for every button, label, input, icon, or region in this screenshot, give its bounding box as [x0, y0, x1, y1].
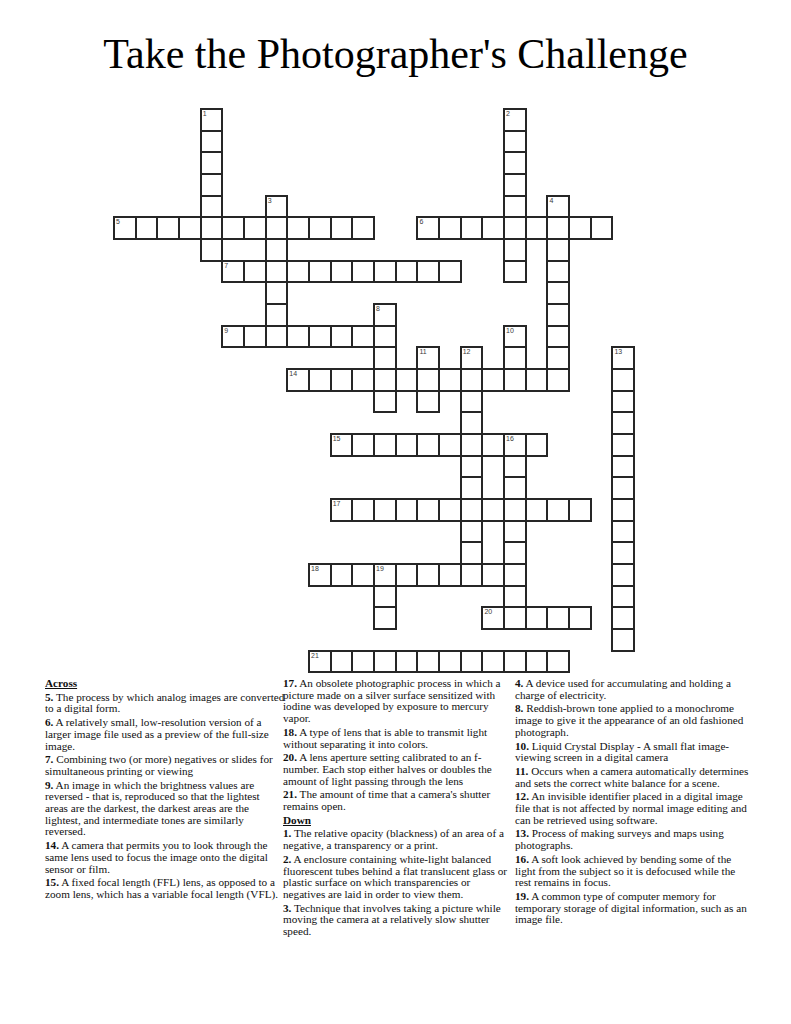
- grid-cell[interactable]: [438, 260, 462, 284]
- clue-14: 14. A camera that permits you to look th…: [45, 840, 285, 875]
- grid-cell[interactable]: [265, 281, 289, 305]
- grid-cell[interactable]: 5: [113, 216, 137, 240]
- grid-cell[interactable]: 1: [200, 108, 224, 132]
- cell-number: 8: [376, 305, 380, 313]
- grid-cell[interactable]: [503, 455, 527, 479]
- grid-cell[interactable]: [503, 216, 527, 240]
- grid-cell[interactable]: [503, 130, 527, 154]
- grid-cell[interactable]: 11: [416, 346, 440, 370]
- cell-number: 21: [311, 652, 319, 660]
- grid-cell[interactable]: [330, 563, 354, 587]
- cell-number: 2: [506, 110, 510, 118]
- grid-cell[interactable]: [481, 216, 505, 240]
- grid-cell[interactable]: [308, 216, 332, 240]
- cell-number: 9: [224, 327, 228, 335]
- cell-number: 19: [376, 565, 384, 573]
- grid-cell[interactable]: [460, 650, 484, 674]
- grid-cell[interactable]: [438, 563, 462, 587]
- grid-cell[interactable]: 21: [308, 650, 332, 674]
- grid-cell[interactable]: [503, 346, 527, 370]
- grid-cell[interactable]: [200, 151, 224, 175]
- cell-number: 18: [311, 565, 319, 573]
- grid-cell[interactable]: 15: [330, 433, 354, 457]
- grid-cell[interactable]: [546, 260, 570, 284]
- grid-cell[interactable]: [221, 216, 245, 240]
- grid-cell[interactable]: [438, 498, 462, 522]
- grid-cell[interactable]: [416, 433, 440, 457]
- clue-15: 15. A fixed focal length (FFL) lens, as …: [45, 877, 285, 900]
- grid-cell[interactable]: [481, 498, 505, 522]
- grid-cell[interactable]: [373, 650, 397, 674]
- grid-cell[interactable]: [351, 260, 375, 284]
- grid-cell[interactable]: 19: [373, 563, 397, 587]
- grid-cell[interactable]: [546, 238, 570, 262]
- grid-cell[interactable]: [351, 498, 375, 522]
- grid-cell[interactable]: [395, 498, 419, 522]
- grid-cell[interactable]: [200, 130, 224, 154]
- grid-cell[interactable]: [416, 260, 440, 284]
- grid-cell[interactable]: [568, 498, 592, 522]
- grid-cell[interactable]: 13: [611, 346, 635, 370]
- grid-cell[interactable]: [546, 650, 570, 674]
- grid-cell[interactable]: [611, 476, 635, 500]
- clue-2: 2. A enclosure containing white-light ba…: [283, 854, 511, 901]
- grid-cell[interactable]: [460, 498, 484, 522]
- grid-cell[interactable]: [135, 216, 159, 240]
- clues-header: Down: [283, 815, 511, 827]
- cell-number: 6: [419, 218, 423, 226]
- clues-header: Across: [45, 678, 285, 690]
- crossword-page: Take the Photographer's Challenge 123456…: [0, 0, 791, 1024]
- grid-cell[interactable]: [611, 563, 635, 587]
- grid-cell[interactable]: [243, 216, 267, 240]
- grid-cell[interactable]: [265, 238, 289, 262]
- cell-number: 10: [506, 327, 514, 335]
- grid-cell[interactable]: [568, 216, 592, 240]
- grid-cell[interactable]: [590, 216, 614, 240]
- grid-cell[interactable]: [351, 368, 375, 392]
- clue-8: 8. Reddish-brown tone applied to a monoc…: [515, 703, 751, 738]
- clue-1: 1. The relative opacity (blackness) of a…: [283, 828, 511, 851]
- grid-cell[interactable]: 7: [221, 260, 245, 284]
- grid-cell[interactable]: [416, 390, 440, 414]
- grid-cell[interactable]: [308, 368, 332, 392]
- cell-number: 7: [224, 262, 228, 270]
- grid-cell[interactable]: [438, 650, 462, 674]
- cell-number: 17: [333, 500, 341, 508]
- grid-cell[interactable]: [351, 563, 375, 587]
- clue-4: 4. A device used for accumulating and ho…: [515, 678, 751, 701]
- grid-cell[interactable]: [611, 628, 635, 652]
- grid-cell[interactable]: [525, 606, 549, 630]
- grid-cell[interactable]: [330, 325, 354, 349]
- grid-cell[interactable]: [460, 541, 484, 565]
- grid-cell[interactable]: [611, 520, 635, 544]
- grid-cell[interactable]: [546, 303, 570, 327]
- cell-number: 5: [116, 218, 120, 226]
- grid-cell[interactable]: [265, 260, 289, 284]
- grid-cell[interactable]: 20: [481, 606, 505, 630]
- grid-cell[interactable]: [308, 260, 332, 284]
- clues-column-3: 4. A device used for accumulating and ho…: [515, 678, 751, 928]
- grid-cell[interactable]: [395, 563, 419, 587]
- grid-cell[interactable]: [330, 650, 354, 674]
- grid-cell[interactable]: [546, 368, 570, 392]
- cell-number: 15: [333, 435, 341, 443]
- clues-column-2: 17. An obsolete photographic process in …: [283, 678, 511, 940]
- grid-cell[interactable]: [611, 433, 635, 457]
- clue-11: 11. Occurs when a camera automatically d…: [515, 766, 751, 789]
- grid-cell[interactable]: [330, 368, 354, 392]
- cell-number: 16: [506, 435, 514, 443]
- grid-cell[interactable]: [373, 346, 397, 370]
- grid-cell[interactable]: [416, 498, 440, 522]
- grid-cell[interactable]: [200, 216, 224, 240]
- grid-cell[interactable]: [460, 411, 484, 435]
- grid-cell[interactable]: [503, 476, 527, 500]
- grid-cell[interactable]: [460, 433, 484, 457]
- grid-cell[interactable]: [611, 606, 635, 630]
- clue-21: 21. The amount of time that a camera's s…: [283, 789, 511, 812]
- grid-cell[interactable]: [525, 498, 549, 522]
- grid-cell[interactable]: [503, 368, 527, 392]
- grid-cell[interactable]: [546, 606, 570, 630]
- grid-cell[interactable]: [460, 476, 484, 500]
- grid-cell[interactable]: [373, 606, 397, 630]
- cell-number: 14: [289, 370, 297, 378]
- grid-cell[interactable]: [438, 216, 462, 240]
- grid-cell[interactable]: [373, 390, 397, 414]
- grid-cell[interactable]: [546, 498, 570, 522]
- cell-number: 13: [614, 348, 622, 356]
- cell-number: 20: [484, 608, 492, 616]
- grid-cell[interactable]: [481, 368, 505, 392]
- grid-cell[interactable]: [460, 368, 484, 392]
- grid-cell[interactable]: [460, 563, 484, 587]
- grid-cell[interactable]: [373, 498, 397, 522]
- clue-13: 13. Process of making surveys and maps u…: [515, 828, 751, 851]
- grid-cell[interactable]: [546, 216, 570, 240]
- grid-cell[interactable]: [460, 390, 484, 414]
- cell-number: 3: [268, 197, 272, 205]
- grid-cell[interactable]: [373, 433, 397, 457]
- grid-cell[interactable]: [525, 216, 549, 240]
- clue-3: 3. Technique that involves taking a pict…: [283, 903, 511, 938]
- grid-cell[interactable]: 16: [503, 433, 527, 457]
- grid-cell[interactable]: [503, 650, 527, 674]
- grid-cell[interactable]: [611, 368, 635, 392]
- grid-cell[interactable]: [503, 541, 527, 565]
- grid-cell[interactable]: [503, 173, 527, 197]
- grid-cell[interactable]: [481, 563, 505, 587]
- grid-cell[interactable]: [546, 346, 570, 370]
- grid-cell[interactable]: [351, 650, 375, 674]
- clue-6: 6. A relatively small, low-resolution ve…: [45, 717, 285, 752]
- grid-cell[interactable]: [503, 151, 527, 175]
- clue-17: 17. An obsolete photographic process in …: [283, 678, 511, 725]
- clue-9: 9. An image in which the brightness valu…: [45, 780, 285, 839]
- grid-cell[interactable]: 3: [265, 195, 289, 219]
- grid-cell[interactable]: [503, 260, 527, 284]
- grid-cell[interactable]: [460, 455, 484, 479]
- grid-cell[interactable]: [438, 368, 462, 392]
- grid-cell[interactable]: [200, 195, 224, 219]
- grid-cell[interactable]: [265, 325, 289, 349]
- grid-cell[interactable]: [481, 650, 505, 674]
- grid-cell[interactable]: [611, 455, 635, 479]
- grid-cell[interactable]: 12: [460, 346, 484, 370]
- grid-cell[interactable]: 18: [308, 563, 332, 587]
- grid-cell[interactable]: [503, 606, 527, 630]
- grid-cell[interactable]: [373, 325, 397, 349]
- grid-cell[interactable]: [611, 498, 635, 522]
- cell-number: 12: [463, 348, 471, 356]
- grid-cell[interactable]: [395, 368, 419, 392]
- clues-column-1: Across5. The process by which analog ima…: [45, 678, 285, 903]
- grid-cell[interactable]: 17: [330, 498, 354, 522]
- grid-cell[interactable]: [395, 650, 419, 674]
- grid-cell[interactable]: [503, 498, 527, 522]
- grid-cell[interactable]: [438, 433, 462, 457]
- grid-cell[interactable]: [178, 216, 202, 240]
- clue-10: 10. Liquid Crystal Display - A small fla…: [515, 741, 751, 764]
- grid-cell[interactable]: [525, 433, 549, 457]
- grid-cell[interactable]: [503, 563, 527, 587]
- grid-cell[interactable]: [611, 541, 635, 565]
- grid-cell[interactable]: [460, 216, 484, 240]
- grid-cell[interactable]: [200, 238, 224, 262]
- grid-cell[interactable]: [503, 238, 527, 262]
- grid-cell[interactable]: [460, 520, 484, 544]
- grid-cell[interactable]: [351, 216, 375, 240]
- grid-cell[interactable]: [351, 433, 375, 457]
- grid-cell[interactable]: [611, 411, 635, 435]
- grid-cell[interactable]: [156, 216, 180, 240]
- cell-number: 4: [549, 197, 553, 205]
- grid-cell[interactable]: [286, 325, 310, 349]
- cell-number: 1: [203, 110, 207, 118]
- clue-5: 5. The process by which analog images ar…: [45, 692, 285, 715]
- grid-cell[interactable]: [373, 368, 397, 392]
- grid-cell[interactable]: 2: [503, 108, 527, 132]
- grid-cell[interactable]: [330, 216, 354, 240]
- grid-cell[interactable]: [243, 260, 267, 284]
- grid-cell[interactable]: [265, 303, 289, 327]
- grid-cell[interactable]: [373, 585, 397, 609]
- grid-cell[interactable]: [373, 260, 397, 284]
- grid-cell[interactable]: [416, 368, 440, 392]
- grid-cell[interactable]: [568, 606, 592, 630]
- grid-cell[interactable]: [546, 325, 570, 349]
- grid-cell[interactable]: [503, 585, 527, 609]
- grid-cell[interactable]: [286, 260, 310, 284]
- grid-cell[interactable]: [503, 520, 527, 544]
- clue-12: 12. An invisible identifier placed in a …: [515, 791, 751, 826]
- grid-cell[interactable]: [525, 368, 549, 392]
- grid-cell[interactable]: 9: [221, 325, 245, 349]
- grid-cell[interactable]: [265, 216, 289, 240]
- grid-cell[interactable]: [416, 563, 440, 587]
- grid-cell[interactable]: 6: [416, 216, 440, 240]
- grid-cell[interactable]: [286, 216, 310, 240]
- grid-cell[interactable]: 14: [286, 368, 310, 392]
- grid-cell[interactable]: 10: [503, 325, 527, 349]
- clue-16: 16. A soft look achieved by bending some…: [515, 854, 751, 889]
- clue-20: 20. A lens aperture setting calibrated t…: [283, 752, 511, 787]
- grid-cell[interactable]: 8: [373, 303, 397, 327]
- cell-number: 11: [419, 348, 426, 356]
- clue-18: 18. A type of lens that is able to trans…: [283, 727, 511, 750]
- grid-cell[interactable]: [546, 281, 570, 305]
- puzzle-title: Take the Photographer's Challenge: [0, 30, 791, 78]
- clue-19: 19. A common type of computer memory for…: [515, 891, 751, 926]
- grid-cell[interactable]: [200, 173, 224, 197]
- grid-cell[interactable]: [481, 433, 505, 457]
- grid-cell[interactable]: [503, 195, 527, 219]
- grid-cell[interactable]: [416, 650, 440, 674]
- grid-cell[interactable]: [611, 585, 635, 609]
- grid-cell[interactable]: [243, 325, 267, 349]
- grid-cell[interactable]: [330, 260, 354, 284]
- clue-7: 7. Combining two (or more) negatives or …: [45, 754, 285, 777]
- grid-cell[interactable]: 4: [546, 195, 570, 219]
- grid-cell[interactable]: [395, 433, 419, 457]
- grid-cell[interactable]: [308, 325, 332, 349]
- grid-cell[interactable]: [525, 650, 549, 674]
- grid-cell[interactable]: [351, 325, 375, 349]
- grid-cell[interactable]: [395, 260, 419, 284]
- grid-cell[interactable]: [611, 390, 635, 414]
